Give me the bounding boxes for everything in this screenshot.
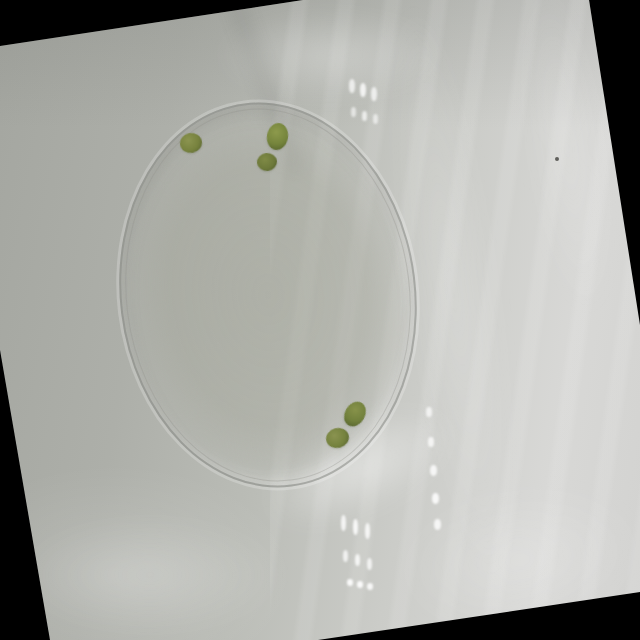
debris-speck bbox=[555, 157, 559, 161]
reflection-glow bbox=[10, 515, 290, 635]
reflection-blob bbox=[343, 550, 348, 562]
reflection-blob bbox=[341, 515, 346, 531]
reflection-blob bbox=[428, 437, 434, 447]
reflection-blob bbox=[373, 114, 378, 124]
reflection-blob bbox=[355, 554, 360, 566]
reflection-blob bbox=[360, 83, 366, 97]
reflection-blob bbox=[351, 107, 356, 117]
black-backdrop bbox=[0, 0, 640, 640]
reflection-blob bbox=[434, 519, 441, 530]
reflection-blob bbox=[432, 493, 439, 504]
reflection-blob bbox=[349, 79, 355, 93]
reflection-blob bbox=[347, 579, 353, 586]
reflection-blob bbox=[357, 581, 363, 588]
photo bbox=[0, 0, 640, 640]
reflection-blob bbox=[430, 465, 437, 476]
reflection-blob bbox=[371, 87, 377, 101]
reflection-blob bbox=[365, 523, 370, 539]
reflection-blob bbox=[362, 111, 367, 121]
reflection-blob bbox=[426, 407, 432, 417]
reflection-blob bbox=[353, 519, 358, 535]
reflection-blob bbox=[367, 583, 373, 590]
reflection-blob bbox=[367, 558, 372, 570]
